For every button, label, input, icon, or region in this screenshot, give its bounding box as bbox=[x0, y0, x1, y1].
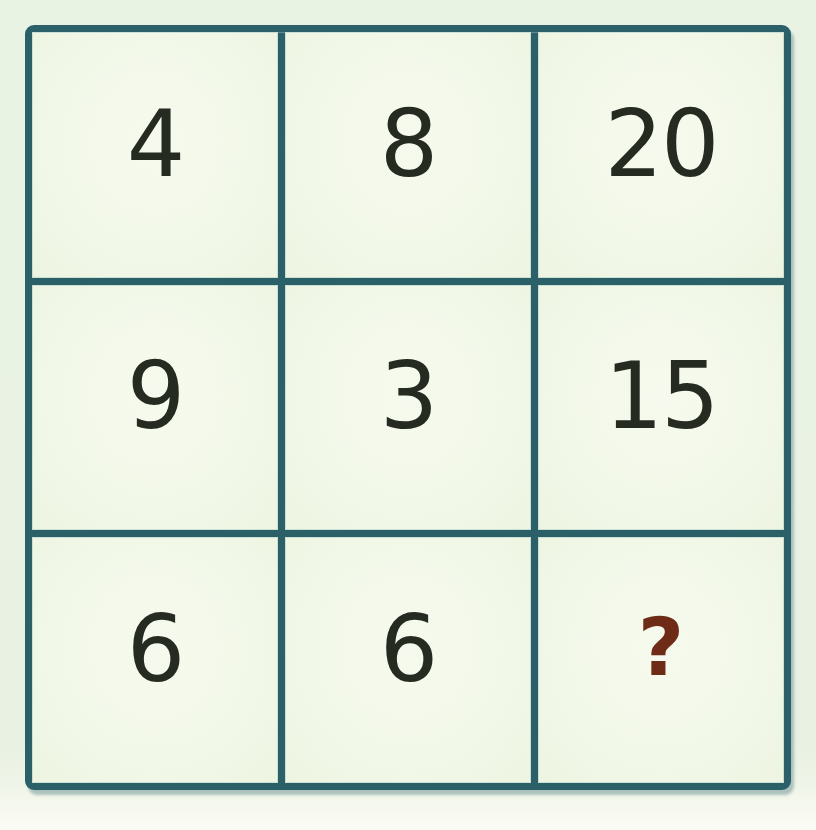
cell-value: 20 bbox=[604, 99, 717, 191]
puzzle-board: 4 8 20 9 3 15 6 6 ? bbox=[25, 25, 791, 790]
cell-r1c0: 9 bbox=[32, 285, 278, 531]
cell-r2c0: 6 bbox=[32, 537, 278, 783]
cell-value: 6 bbox=[127, 604, 184, 696]
cell-value: 8 bbox=[380, 99, 437, 191]
cell-r0c2: 20 bbox=[538, 32, 784, 278]
cell-r1c1: 3 bbox=[285, 285, 531, 531]
cell-r2c1: 6 bbox=[285, 537, 531, 783]
cell-value: 6 bbox=[380, 604, 437, 696]
cell-r0c0: 4 bbox=[32, 32, 278, 278]
cell-r1c2: 15 bbox=[538, 285, 784, 531]
cell-r0c1: 8 bbox=[285, 32, 531, 278]
cell-value: 15 bbox=[604, 351, 717, 443]
cell-r2c2-unknown: ? bbox=[538, 537, 784, 783]
cell-value: 9 bbox=[127, 351, 184, 443]
question-mark: ? bbox=[638, 608, 684, 688]
cell-value: 3 bbox=[380, 351, 437, 443]
cell-value: 4 bbox=[127, 99, 184, 191]
